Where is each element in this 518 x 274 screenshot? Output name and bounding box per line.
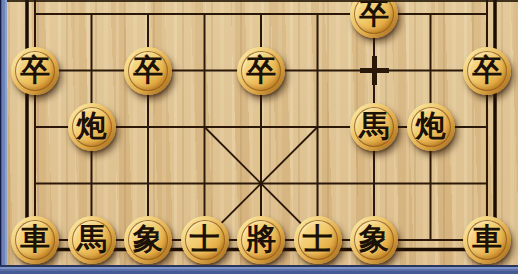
piece-black-elephant[interactable]: 象 <box>124 216 172 264</box>
piece-glyph: 車 <box>20 224 50 254</box>
marker-corner-tr <box>374 56 389 71</box>
piece-black-soldier[interactable]: 卒 <box>124 47 172 95</box>
marker-corner-br <box>374 70 389 85</box>
piece-face: 馬 <box>354 107 394 147</box>
piece-face: 卒 <box>15 51 55 91</box>
piece-glyph: 將 <box>246 224 276 254</box>
piece-face: 卒 <box>354 0 394 34</box>
piece-black-chariot[interactable]: 車 <box>11 216 59 264</box>
xiangqi-game-window: 卒卒卒卒卒炮馬炮車馬象士將士象車 <box>0 0 518 274</box>
piece-glyph: 卒 <box>133 55 163 85</box>
piece-black-elephant[interactable]: 象 <box>350 216 398 264</box>
piece-black-chariot[interactable]: 車 <box>463 216 511 264</box>
piece-black-soldier[interactable]: 卒 <box>237 47 285 95</box>
marker-corner-bl <box>360 70 375 85</box>
piece-face: 士 <box>298 220 338 260</box>
piece-face: 卒 <box>467 51 507 91</box>
piece-glyph: 馬 <box>77 224 107 254</box>
piece-face: 炮 <box>72 107 112 147</box>
window-border-bottom <box>0 265 518 274</box>
piece-black-soldier[interactable]: 卒 <box>11 47 59 95</box>
piece-black-advisor[interactable]: 士 <box>294 216 342 264</box>
piece-black-advisor[interactable]: 士 <box>181 216 229 264</box>
piece-black-general[interactable]: 將 <box>237 216 285 264</box>
piece-glyph: 車 <box>472 224 502 254</box>
piece-black-cannon[interactable]: 炮 <box>68 103 116 151</box>
piece-face: 車 <box>15 220 55 260</box>
piece-face: 象 <box>128 220 168 260</box>
last-move-cross-marker <box>360 56 389 85</box>
piece-black-soldier[interactable]: 卒 <box>463 47 511 95</box>
piece-face: 馬 <box>72 220 112 260</box>
piece-face: 將 <box>241 220 281 260</box>
piece-face: 卒 <box>128 51 168 91</box>
piece-face: 車 <box>467 220 507 260</box>
piece-glyph: 炮 <box>77 111 107 141</box>
piece-glyph: 馬 <box>359 111 389 141</box>
piece-black-horse[interactable]: 馬 <box>350 103 398 151</box>
piece-glyph: 卒 <box>20 55 50 85</box>
piece-face: 卒 <box>241 51 281 91</box>
piece-glyph: 象 <box>133 224 163 254</box>
piece-glyph: 卒 <box>359 0 389 28</box>
piece-face: 炮 <box>411 107 451 147</box>
piece-black-horse[interactable]: 馬 <box>68 216 116 264</box>
piece-glyph: 卒 <box>472 55 502 85</box>
marker-corner-tl <box>360 56 375 71</box>
piece-face: 象 <box>354 220 394 260</box>
window-border-left <box>0 0 7 274</box>
piece-face: 士 <box>185 220 225 260</box>
piece-glyph: 士 <box>190 224 220 254</box>
piece-black-cannon[interactable]: 炮 <box>407 103 455 151</box>
window-border-top <box>5 0 518 2</box>
piece-glyph: 士 <box>303 224 333 254</box>
piece-glyph: 卒 <box>246 55 276 85</box>
piece-glyph: 象 <box>359 224 389 254</box>
piece-glyph: 炮 <box>416 111 446 141</box>
